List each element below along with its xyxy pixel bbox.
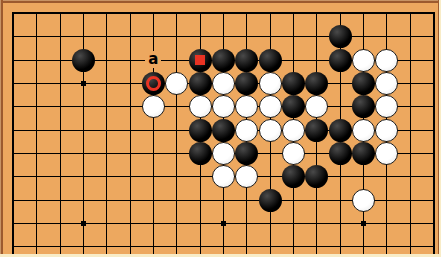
black-stone	[352, 95, 375, 118]
black-stone	[352, 72, 375, 95]
grid-line-vertical	[106, 12, 107, 254]
black-stone	[305, 72, 328, 95]
black-stone	[329, 25, 352, 48]
white-stone	[212, 165, 235, 188]
black-stone	[72, 49, 95, 72]
black-stone	[329, 49, 352, 72]
black-stone	[189, 49, 212, 72]
white-stone	[352, 119, 375, 142]
hoshi-point	[81, 221, 86, 226]
black-stone	[189, 142, 212, 165]
black-stone	[189, 119, 212, 142]
black-stone	[235, 72, 258, 95]
grid-line-vertical	[60, 12, 61, 254]
white-stone	[212, 72, 235, 95]
frame-left-edge	[0, 0, 3, 257]
grid-line-horizontal	[12, 36, 434, 37]
square-mark-icon	[195, 55, 205, 65]
white-stone	[142, 95, 165, 118]
black-stone	[329, 119, 352, 142]
black-stone	[259, 189, 282, 212]
white-stone	[375, 72, 398, 95]
black-stone	[352, 142, 375, 165]
board-edge-line-vertical	[12, 12, 14, 254]
white-stone	[375, 142, 398, 165]
black-stone	[189, 72, 212, 95]
white-stone	[235, 95, 258, 118]
grid-line-vertical	[176, 12, 177, 254]
black-stone	[305, 165, 328, 188]
white-stone	[352, 49, 375, 72]
white-stone	[352, 189, 375, 212]
black-stone	[282, 95, 305, 118]
white-stone	[259, 95, 282, 118]
white-stone	[282, 119, 305, 142]
white-stone	[235, 119, 258, 142]
white-stone	[282, 142, 305, 165]
go-diagram: a	[0, 0, 441, 257]
go-board: a	[0, 0, 441, 257]
black-stone	[212, 49, 235, 72]
hoshi-point	[361, 221, 366, 226]
frame-top-edge	[0, 0, 441, 3]
black-stone	[329, 142, 352, 165]
board-edge-line-top	[12, 12, 434, 14]
grid-line-vertical	[153, 12, 154, 254]
black-stone	[212, 119, 235, 142]
grid-line-horizontal	[12, 246, 434, 247]
white-stone	[189, 95, 212, 118]
white-stone	[165, 72, 188, 95]
white-stone	[212, 142, 235, 165]
circle-mark-icon	[146, 76, 161, 91]
grid-line-vertical	[130, 12, 131, 254]
hoshi-point	[81, 81, 86, 86]
black-stone	[235, 142, 258, 165]
white-stone	[259, 72, 282, 95]
white-stone	[259, 119, 282, 142]
white-stone	[235, 165, 258, 188]
black-stone	[235, 49, 258, 72]
white-stone	[305, 95, 328, 118]
white-stone	[375, 49, 398, 72]
white-stone	[375, 119, 398, 142]
black-stone	[142, 72, 165, 95]
black-stone	[259, 49, 282, 72]
black-stone	[305, 119, 328, 142]
black-stone	[282, 72, 305, 95]
grid-line-vertical	[410, 12, 411, 254]
white-stone	[212, 95, 235, 118]
hoshi-point	[221, 221, 226, 226]
point-label-a: a	[145, 51, 161, 68]
board-edge-line-vertical	[433, 12, 435, 254]
white-stone	[375, 95, 398, 118]
black-stone	[282, 165, 305, 188]
grid-line-vertical	[36, 12, 37, 254]
